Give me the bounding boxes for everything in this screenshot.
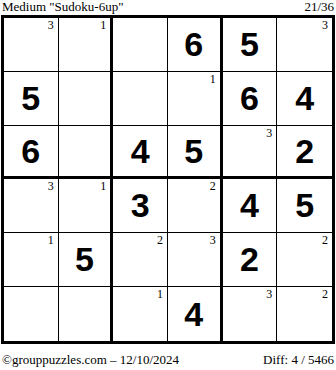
copyright-date: ©grouppuzzles.com – 12/10/2024 bbox=[2, 352, 179, 367]
corner-mark: 1 bbox=[100, 18, 106, 32]
cell-r6c3[interactable]: 1 bbox=[113, 287, 168, 341]
given-digit: 5 bbox=[168, 126, 220, 177]
corner-mark: 3 bbox=[266, 126, 272, 140]
corner-mark: 3 bbox=[266, 287, 272, 301]
cell-r5c6[interactable]: 2 bbox=[277, 233, 332, 287]
corner-mark: 1 bbox=[210, 72, 216, 86]
cell-r2c3[interactable] bbox=[113, 72, 168, 126]
cell-r1c2[interactable]: 1 bbox=[59, 18, 114, 72]
cell-r2c2[interactable] bbox=[59, 72, 114, 126]
cell-r6c4[interactable]: 4 bbox=[168, 287, 223, 341]
cell-r3c1[interactable]: 6 bbox=[4, 126, 59, 180]
corner-mark: 2 bbox=[157, 233, 163, 247]
cell-r6c6[interactable]: 2 bbox=[277, 287, 332, 341]
cell-r4c1[interactable]: 3 bbox=[4, 179, 59, 233]
cell-r5c2[interactable]: 5 bbox=[59, 233, 114, 287]
cell-r5c1[interactable]: 1 bbox=[4, 233, 59, 287]
cell-r5c3[interactable]: 2 bbox=[113, 233, 168, 287]
corner-mark: 3 bbox=[210, 233, 216, 247]
corner-mark: 2 bbox=[322, 233, 328, 247]
cell-r3c4[interactable]: 5 bbox=[168, 126, 223, 180]
cell-r3c2[interactable] bbox=[59, 126, 114, 180]
given-digit: 5 bbox=[277, 179, 332, 232]
cell-r6c2[interactable] bbox=[59, 287, 114, 341]
cell-r4c6[interactable]: 5 bbox=[277, 179, 332, 233]
header: Medium "Sudoku-6up" 21/36 bbox=[2, 0, 334, 15]
given-digit: 6 bbox=[168, 18, 220, 71]
corner-mark: 1 bbox=[100, 179, 106, 193]
page-title: Medium "Sudoku-6up" bbox=[2, 0, 123, 14]
corner-mark: 3 bbox=[322, 18, 328, 32]
cell-r1c1[interactable]: 3 bbox=[4, 18, 59, 72]
given-digit: 4 bbox=[168, 287, 220, 341]
cell-r4c3[interactable]: 3 bbox=[113, 179, 168, 233]
given-digit: 5 bbox=[223, 18, 277, 71]
given-digit: 6 bbox=[4, 126, 58, 177]
cell-r2c6[interactable]: 4 bbox=[277, 72, 332, 126]
cell-r6c1[interactable] bbox=[4, 287, 59, 341]
corner-mark: 3 bbox=[48, 179, 54, 193]
footer: ©grouppuzzles.com – 12/10/2024 Diff: 4 /… bbox=[2, 352, 334, 367]
given-digit: 5 bbox=[59, 233, 111, 286]
given-digit: 6 bbox=[223, 72, 277, 125]
cell-r2c1[interactable]: 5 bbox=[4, 72, 59, 126]
cell-r4c2[interactable]: 1 bbox=[59, 179, 114, 233]
cell-r1c5[interactable]: 5 bbox=[223, 18, 278, 72]
given-digit: 4 bbox=[277, 72, 332, 125]
cell-r2c4[interactable]: 1 bbox=[168, 72, 223, 126]
cell-r3c5[interactable]: 3 bbox=[223, 126, 278, 180]
cell-r1c6[interactable]: 3 bbox=[277, 18, 332, 72]
cell-r3c3[interactable]: 4 bbox=[113, 126, 168, 180]
cell-r4c4[interactable]: 2 bbox=[168, 179, 223, 233]
given-digit: 2 bbox=[223, 233, 277, 286]
corner-mark: 1 bbox=[48, 233, 54, 247]
cell-r1c4[interactable]: 6 bbox=[168, 18, 223, 72]
corner-mark: 2 bbox=[210, 179, 216, 193]
difficulty-label: Diff: 4 / 5466 bbox=[263, 352, 334, 367]
given-digit: 4 bbox=[223, 179, 277, 232]
given-digit: 4 bbox=[113, 126, 167, 177]
cell-r5c5[interactable]: 2 bbox=[223, 233, 278, 287]
given-digit: 5 bbox=[4, 72, 58, 125]
sudoku-grid: 316535164645323132451523221432 bbox=[1, 15, 335, 344]
cell-r6c5[interactable]: 3 bbox=[223, 287, 278, 341]
given-digit: 2 bbox=[277, 126, 332, 177]
corner-mark: 3 bbox=[48, 18, 54, 32]
given-digit: 3 bbox=[113, 179, 167, 232]
corner-mark: 2 bbox=[322, 287, 328, 301]
cell-r5c4[interactable]: 3 bbox=[168, 233, 223, 287]
cell-r4c5[interactable]: 4 bbox=[223, 179, 278, 233]
puzzle-counter: 21/36 bbox=[304, 0, 334, 14]
puzzle-page: Medium "Sudoku-6up" 21/36 31653516464532… bbox=[0, 0, 336, 370]
cell-r3c6[interactable]: 2 bbox=[277, 126, 332, 180]
cell-r1c3[interactable] bbox=[113, 18, 168, 72]
cell-r2c5[interactable]: 6 bbox=[223, 72, 278, 126]
corner-mark: 1 bbox=[157, 287, 163, 301]
